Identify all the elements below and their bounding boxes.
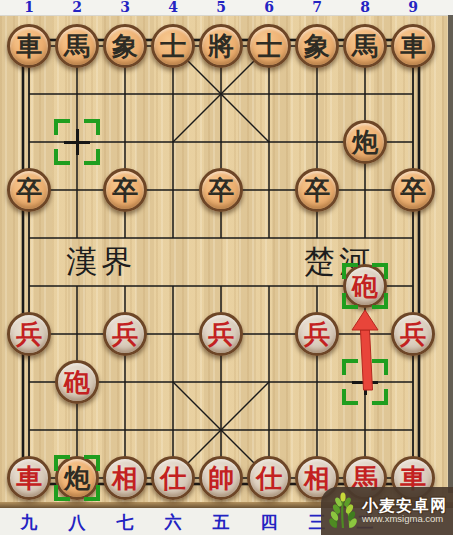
piece-black-horse[interactable]: 馬: [55, 24, 99, 68]
piece-red-soldier[interactable]: 兵: [199, 312, 243, 356]
file-label-top-6: 6: [264, 0, 274, 15]
board-right-edge: [448, 15, 453, 493]
piece-black-soldier[interactable]: 卒: [7, 168, 51, 212]
file-label-top-5: 5: [216, 0, 226, 15]
piece-red-soldier[interactable]: 兵: [103, 312, 147, 356]
piece-red-general[interactable]: 帥: [199, 456, 243, 500]
file-label-bottom-2: 八: [69, 511, 86, 534]
file-label-bottom-4: 六: [165, 511, 182, 534]
watermark: 小麦安卓网 www.xmsigma.com: [321, 487, 453, 535]
file-label-bottom-1: 九: [21, 511, 38, 534]
file-label-top-8: 8: [360, 0, 370, 15]
piece-red-advisor[interactable]: 仕: [151, 456, 195, 500]
piece-red-elephant[interactable]: 相: [103, 456, 147, 500]
xiangqi-app: 123456789 九八七六五四三二一 漢界 楚河 車馬象士將士象馬車炮卒卒卒卒…: [0, 0, 453, 535]
piece-red-cannon[interactable]: 砲: [55, 360, 99, 404]
watermark-title: 小麦安卓网: [362, 498, 447, 515]
file-label-top-2: 2: [72, 0, 82, 15]
piece-black-chariot[interactable]: 車: [391, 24, 435, 68]
file-label-bottom-6: 四: [261, 511, 278, 534]
file-label-top-4: 4: [168, 0, 178, 15]
piece-black-elephant[interactable]: 象: [103, 24, 147, 68]
wheat-logo-icon: [327, 492, 359, 530]
piece-red-soldier[interactable]: 兵: [7, 312, 51, 356]
piece-red-soldier[interactable]: 兵: [391, 312, 435, 356]
file-label-top-3: 3: [120, 0, 130, 15]
piece-black-soldier[interactable]: 卒: [199, 168, 243, 212]
file-label-top-7: 7: [312, 0, 322, 15]
file-label-top-9: 9: [408, 0, 418, 15]
watermark-url: www.xmsigma.com: [362, 514, 447, 524]
piece-red-advisor[interactable]: 仕: [247, 456, 291, 500]
piece-black-cannon[interactable]: 炮: [55, 456, 99, 500]
top-coordinate-strip: 123456789: [0, 0, 453, 16]
piece-red-soldier[interactable]: 兵: [295, 312, 339, 356]
position-mark: [352, 369, 378, 395]
piece-black-soldier[interactable]: 卒: [295, 168, 339, 212]
piece-black-cannon[interactable]: 炮: [343, 120, 387, 164]
river-label-hanjie: 漢界: [66, 241, 136, 283]
position-mark: [64, 129, 90, 155]
file-label-top-1: 1: [24, 0, 34, 15]
file-label-bottom-5: 五: [213, 511, 230, 534]
piece-black-advisor[interactable]: 士: [247, 24, 291, 68]
piece-black-soldier[interactable]: 卒: [391, 168, 435, 212]
piece-black-soldier[interactable]: 卒: [103, 168, 147, 212]
piece-black-advisor[interactable]: 士: [151, 24, 195, 68]
piece-black-chariot[interactable]: 車: [7, 24, 51, 68]
piece-red-cannon[interactable]: 砲: [343, 264, 387, 308]
piece-red-chariot[interactable]: 車: [7, 456, 51, 500]
piece-black-horse[interactable]: 馬: [343, 24, 387, 68]
piece-black-elephant[interactable]: 象: [295, 24, 339, 68]
file-label-bottom-3: 七: [117, 511, 134, 534]
piece-black-general[interactable]: 將: [199, 24, 243, 68]
